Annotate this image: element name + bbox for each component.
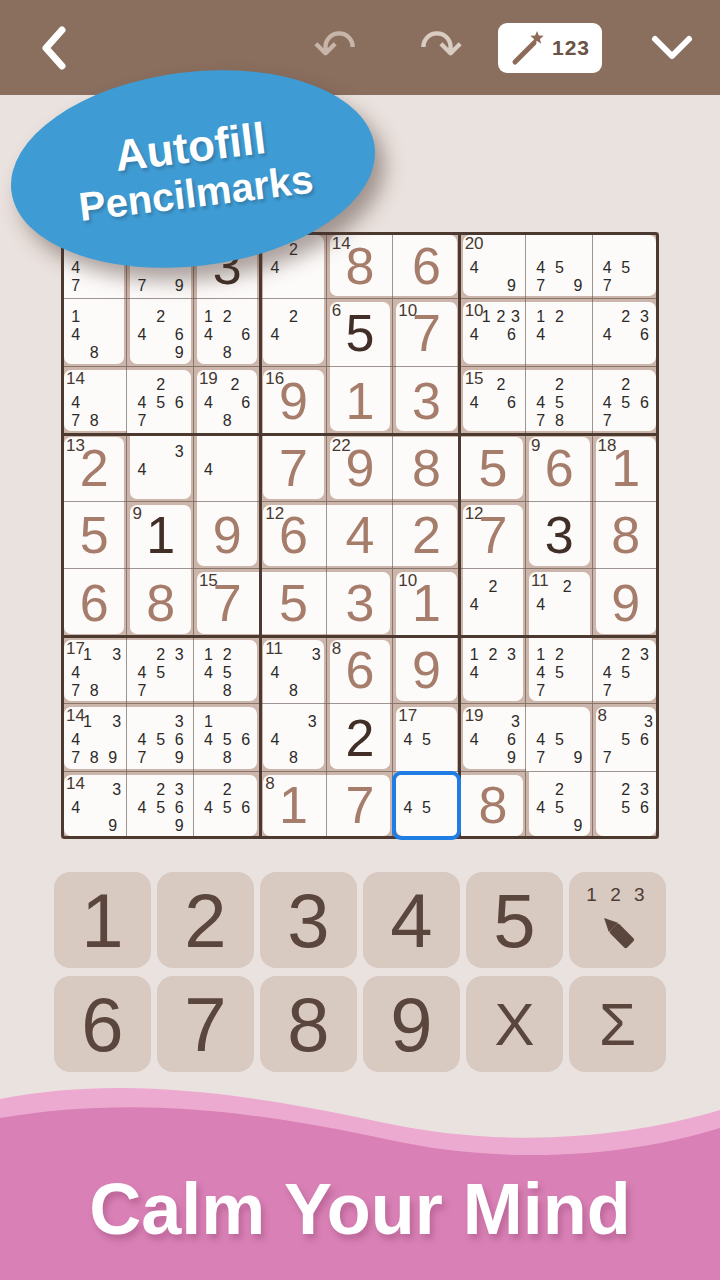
cell-r6c2[interactable]: 8 xyxy=(127,569,193,636)
back-button[interactable] xyxy=(24,0,84,95)
pencilmark-8: 8 xyxy=(289,749,298,767)
placed-digit: 3 xyxy=(393,367,459,434)
pencilmark-5: 5 xyxy=(555,731,564,749)
key-4[interactable]: 4 xyxy=(363,872,460,968)
cell-r8c1[interactable]: 14134789 xyxy=(61,704,127,771)
pencil-icon xyxy=(594,906,642,958)
placed-digit: 1 xyxy=(127,502,193,569)
pencilmark-1: 1 xyxy=(204,308,213,326)
pencilmark-6: 6 xyxy=(175,394,184,412)
cell-r5c2[interactable]: 91 xyxy=(127,502,193,569)
pencilmark-9: 9 xyxy=(175,277,184,295)
pencilmark-4: 4 xyxy=(536,799,545,817)
pencilmark-4: 4 xyxy=(470,731,479,749)
cell-r5c7[interactable]: 127 xyxy=(460,502,526,569)
pencilmark-4: 4 xyxy=(270,326,279,344)
pencilmark-4: 4 xyxy=(204,731,213,749)
cell-r1c7[interactable]: 2049 xyxy=(460,232,526,299)
cell-r3c5[interactable]: 1 xyxy=(327,367,393,434)
cell-r3c6[interactable]: 3 xyxy=(393,367,459,434)
pencilmark-4: 4 xyxy=(138,664,147,682)
pencilmark-5: 5 xyxy=(621,799,630,817)
pencilmark-4: 4 xyxy=(204,799,213,817)
pencilmark-3: 3 xyxy=(640,781,649,799)
top-bar: ↶ ↷ 123 xyxy=(0,0,720,95)
pencilmark-8: 8 xyxy=(223,682,232,700)
pencilmark-4: 4 xyxy=(138,461,147,479)
cell-r8c6[interactable]: 1745 xyxy=(393,704,459,771)
cell-r1c6[interactable]: 6 xyxy=(393,232,459,299)
cell-r3c7[interactable]: 15246 xyxy=(460,367,526,434)
pencilmark-4: 4 xyxy=(403,731,412,749)
cell-r7c4[interactable]: 11348 xyxy=(260,637,326,704)
pencilmark-2: 2 xyxy=(156,781,165,799)
cell-r2c8[interactable]: 124 xyxy=(526,299,592,366)
pencilmark-7: 7 xyxy=(71,682,80,700)
pencilmark-4: 4 xyxy=(270,664,279,682)
pencil-123-label: 1 2 3 xyxy=(586,884,648,906)
cage-sum: 17 xyxy=(66,639,85,659)
pencilmark-7: 7 xyxy=(603,277,612,295)
pencilmark-2: 2 xyxy=(223,646,232,664)
pencilmark-9: 9 xyxy=(175,817,184,835)
pencilmark-8: 8 xyxy=(90,749,99,767)
pencilmark-9: 9 xyxy=(573,277,582,295)
pencilmark-6: 6 xyxy=(640,326,649,344)
cell-r9c8[interactable]: 2459 xyxy=(526,772,592,839)
pencilmark-4: 4 xyxy=(204,394,213,412)
pencilmark-5: 5 xyxy=(555,799,564,817)
pencilmark-2: 2 xyxy=(289,241,298,259)
pencilmark-7: 7 xyxy=(536,277,545,295)
pencilmark-6: 6 xyxy=(507,326,516,344)
cage-sum: 20 xyxy=(465,234,484,254)
pencilmark-2: 2 xyxy=(231,376,240,394)
pencilmark-4: 4 xyxy=(138,394,147,412)
pencilmark-4: 4 xyxy=(138,326,147,344)
magic-wand-icon xyxy=(510,30,552,66)
pencilmark-6: 6 xyxy=(175,799,184,817)
cage-sum: 19 xyxy=(465,706,484,726)
placed-digit: 3 xyxy=(327,569,393,636)
pencilmark-4: 4 xyxy=(270,259,279,277)
cell-r6c8[interactable]: 1124 xyxy=(526,569,592,636)
cell-r5c4[interactable]: 126 xyxy=(260,502,326,569)
pencilmark-6: 6 xyxy=(507,731,516,749)
pencilmark-6: 6 xyxy=(640,731,649,749)
cage-sum: 14 xyxy=(66,369,85,389)
cell-r2c9[interactable]: 2346 xyxy=(593,299,659,366)
pencilmark-2: 2 xyxy=(156,646,165,664)
key-6[interactable]: 6 xyxy=(54,976,151,1072)
pencilmark-4: 4 xyxy=(71,326,80,344)
cage-sum: 14 xyxy=(66,706,85,726)
cell-r1c5[interactable]: 148 xyxy=(327,232,393,299)
pencilmark-4: 4 xyxy=(603,394,612,412)
selected-cell-highlight xyxy=(392,771,460,840)
key-9[interactable]: 9 xyxy=(363,976,460,1072)
cell-r4c2[interactable]: 34 xyxy=(127,434,193,501)
cell-r9c5[interactable]: 7 xyxy=(327,772,393,839)
pencilmark-4: 4 xyxy=(603,326,612,344)
cell-r6c4[interactable]: 5 xyxy=(260,569,326,636)
pencilmark-3: 3 xyxy=(175,646,184,664)
key-7[interactable]: 7 xyxy=(157,976,254,1072)
pencilmark-4: 4 xyxy=(270,731,279,749)
pencilmark-1: 1 xyxy=(71,308,80,326)
chevron-down-icon xyxy=(649,33,695,63)
placed-digit: 7 xyxy=(393,299,459,366)
pencilmark-8: 8 xyxy=(555,412,564,430)
cell-r7c9[interactable]: 23457 xyxy=(593,637,659,704)
pencilmark-4: 4 xyxy=(603,664,612,682)
placed-digit: 9 xyxy=(260,367,326,434)
pencilmark-4: 4 xyxy=(470,259,479,277)
pencilmark-2: 2 xyxy=(488,646,497,664)
pencilmark-4: 4 xyxy=(603,259,612,277)
key-2[interactable]: 2 xyxy=(157,872,254,968)
pencilmark-3: 3 xyxy=(175,781,184,799)
pencilmark-5: 5 xyxy=(156,394,165,412)
cell-r8c4[interactable]: 348 xyxy=(260,704,326,771)
cell-r2c5[interactable]: 65 xyxy=(327,299,393,366)
placed-digit: 7 xyxy=(460,502,526,569)
cell-r9c3[interactable]: 2456 xyxy=(194,772,260,839)
pencilmark-4: 4 xyxy=(536,731,545,749)
cell-r8c7[interactable]: 193469 xyxy=(460,704,526,771)
pencilmark-6: 6 xyxy=(241,326,250,344)
cell-r5c8[interactable]: 3 xyxy=(526,502,592,569)
pencilmark-7: 7 xyxy=(603,412,612,430)
pencilmark-4: 4 xyxy=(204,461,213,479)
pencilmark-8: 8 xyxy=(223,412,232,430)
placed-digit: 6 xyxy=(393,232,459,299)
box-line xyxy=(259,232,262,839)
pencilmark-6: 6 xyxy=(640,799,649,817)
cell-r3c8[interactable]: 24578 xyxy=(526,367,592,434)
pencilmark-4: 4 xyxy=(470,326,479,344)
pencilmark-4: 4 xyxy=(71,799,80,817)
pencilmark-4: 4 xyxy=(536,394,545,412)
pencilmark-8: 8 xyxy=(90,412,99,430)
cell-r1c9[interactable]: 457 xyxy=(593,232,659,299)
pencilmark-7: 7 xyxy=(603,749,612,767)
pencilmark-5: 5 xyxy=(223,664,232,682)
cell-r7c3[interactable]: 12458 xyxy=(194,637,260,704)
placed-digit: 6 xyxy=(61,569,127,636)
pencilmark-8: 8 xyxy=(90,682,99,700)
key-3[interactable]: 3 xyxy=(260,872,357,968)
cell-r8c5[interactable]: 2 xyxy=(327,704,393,771)
placed-digit: 1 xyxy=(393,569,459,636)
pencilmark-3: 3 xyxy=(507,646,516,664)
pencilmark-5: 5 xyxy=(156,799,165,817)
cell-r2c3[interactable]: 12468 xyxy=(194,299,260,366)
placed-digit: 8 xyxy=(593,502,659,569)
pencilmark-7: 7 xyxy=(536,412,545,430)
cell-r6c9[interactable]: 9 xyxy=(593,569,659,636)
cell-r4c9[interactable]: 181 xyxy=(593,434,659,501)
pencilmark-1: 1 xyxy=(536,646,545,664)
pencilmark-3: 3 xyxy=(175,443,184,461)
undo-icon: ↶ xyxy=(313,18,357,78)
placed-digit: 2 xyxy=(393,502,459,569)
box-line xyxy=(61,635,659,638)
pencilmark-9: 9 xyxy=(507,749,516,767)
pencilmark-9: 9 xyxy=(573,817,582,835)
cage-sum: 11 xyxy=(531,571,549,591)
pencilmark-4: 4 xyxy=(71,394,80,412)
collapse-button[interactable] xyxy=(640,0,704,95)
key-1[interactable]: 1 xyxy=(54,872,151,968)
pencilmark-5: 5 xyxy=(621,394,630,412)
cage-sum: 8 xyxy=(598,706,607,726)
pencilmark-3: 3 xyxy=(511,713,520,731)
cell-r4c1[interactable]: 132 xyxy=(61,434,127,501)
cell-r9c2[interactable]: 234569 xyxy=(127,772,193,839)
cell-r7c6[interactable]: 9 xyxy=(393,637,459,704)
pencilmark-4: 4 xyxy=(470,664,479,682)
placed-digit: 8 xyxy=(460,772,526,839)
key-sum-mode[interactable]: Σ xyxy=(569,976,666,1072)
cell-r4c5[interactable]: 229 xyxy=(327,434,393,501)
pencilmark-6: 6 xyxy=(175,731,184,749)
pencilmark-2: 2 xyxy=(621,308,630,326)
cage-sum: 14 xyxy=(66,774,85,794)
pencilmark-3: 3 xyxy=(112,781,121,799)
pencilmark-9: 9 xyxy=(175,344,184,362)
pencilmark-4: 4 xyxy=(138,799,147,817)
placed-digit: 4 xyxy=(327,502,393,569)
box-line xyxy=(458,232,461,839)
pencilmark-3: 3 xyxy=(644,713,653,731)
cell-r5c1[interactable]: 5 xyxy=(61,502,127,569)
pencilmark-1: 1 xyxy=(83,646,92,664)
cage-sum: 11 xyxy=(265,639,283,659)
cell-r9c4[interactable]: 81 xyxy=(260,772,326,839)
placed-digit: 1 xyxy=(593,434,659,501)
pencilmark-6: 6 xyxy=(241,394,250,412)
pencilmark-8: 8 xyxy=(223,749,232,767)
cell-r3c2[interactable]: 24567 xyxy=(127,367,193,434)
cell-r8c2[interactable]: 345679 xyxy=(127,704,193,771)
placed-digit: 8 xyxy=(327,232,393,299)
cell-r2c7[interactable]: 1012346 xyxy=(460,299,526,366)
placed-digit: 1 xyxy=(260,772,326,839)
pencilmark-8: 8 xyxy=(223,344,232,362)
pencilmark-5: 5 xyxy=(555,664,564,682)
pencilmark-8: 8 xyxy=(90,344,99,362)
cell-r3c3[interactable]: 192468 xyxy=(194,367,260,434)
placed-digit: 1 xyxy=(327,367,393,434)
cell-r4c8[interactable]: 96 xyxy=(526,434,592,501)
placed-digit: 3 xyxy=(526,502,592,569)
placed-digit: 6 xyxy=(260,502,326,569)
pencilmark-5: 5 xyxy=(156,731,165,749)
cell-r2c6[interactable]: 107 xyxy=(393,299,459,366)
pencilmark-7: 7 xyxy=(71,412,80,430)
box-line xyxy=(61,433,659,436)
cell-r6c7[interactable]: 24 xyxy=(460,569,526,636)
pencilmark-3: 3 xyxy=(511,308,520,326)
pencilmark-3: 3 xyxy=(312,646,321,664)
pencilmark-9: 9 xyxy=(573,749,582,767)
cell-r8c8[interactable]: 4579 xyxy=(526,704,592,771)
cell-r4c7[interactable]: 5 xyxy=(460,434,526,501)
cell-r1c8[interactable]: 4579 xyxy=(526,232,592,299)
pencilmark-2: 2 xyxy=(156,308,165,326)
pencilmark-3: 3 xyxy=(308,713,317,731)
pencilmark-4: 4 xyxy=(536,259,545,277)
pencilmark-7: 7 xyxy=(536,682,545,700)
pencilmark-7: 7 xyxy=(138,277,147,295)
placed-digit: 7 xyxy=(260,434,326,501)
pencilmark-8: 8 xyxy=(289,682,298,700)
key-5[interactable]: 5 xyxy=(466,872,563,968)
cage-sum: 17 xyxy=(398,706,417,726)
cell-r3c1[interactable]: 14478 xyxy=(61,367,127,434)
pencilmark-7: 7 xyxy=(603,682,612,700)
pencilmark-1: 1 xyxy=(83,713,92,731)
cell-r7c2[interactable]: 23457 xyxy=(127,637,193,704)
pencilmark-6: 6 xyxy=(241,799,250,817)
cell-r2c4[interactable]: 24 xyxy=(260,299,326,366)
pencilmark-2: 2 xyxy=(223,308,232,326)
pencilmark-4: 4 xyxy=(71,731,80,749)
sudoku-board[interactable]: 4779324148620494579457148246912468246510… xyxy=(61,232,659,839)
pencilmark-2: 2 xyxy=(621,376,630,394)
pencilmark-1: 1 xyxy=(470,646,479,664)
cell-r7c7[interactable]: 1234 xyxy=(460,637,526,704)
pencilmark-6: 6 xyxy=(241,731,250,749)
placed-digit: 9 xyxy=(593,569,659,636)
pencilmark-1: 1 xyxy=(204,713,213,731)
pencilmark-7: 7 xyxy=(71,277,80,295)
pencilmark-2: 2 xyxy=(496,376,505,394)
pencilmark-2: 2 xyxy=(621,781,630,799)
pencilmark-5: 5 xyxy=(422,731,431,749)
pencilmark-6: 6 xyxy=(175,326,184,344)
tagline: Calm Your Mind xyxy=(0,1168,720,1250)
placed-digit: 8 xyxy=(393,434,459,501)
pencilmark-5: 5 xyxy=(555,394,564,412)
pencilmark-2: 2 xyxy=(223,781,232,799)
wand-123-label: 123 xyxy=(552,36,590,60)
cell-r6c6[interactable]: 101 xyxy=(393,569,459,636)
pencilmark-3: 3 xyxy=(112,646,121,664)
pencilmark-5: 5 xyxy=(621,259,630,277)
pencilmark-7: 7 xyxy=(138,682,147,700)
pencilmark-3: 3 xyxy=(640,308,649,326)
placed-digit: 8 xyxy=(127,569,193,636)
cell-r8c9[interactable]: 83567 xyxy=(593,704,659,771)
cell-r7c8[interactable]: 12457 xyxy=(526,637,592,704)
pencilmark-4: 4 xyxy=(71,664,80,682)
cage-sum: 19 xyxy=(199,369,218,389)
cage-sum: 15 xyxy=(465,369,484,389)
pencilmark-2: 2 xyxy=(555,376,564,394)
pencilmark-9: 9 xyxy=(108,749,117,767)
pencilmark-2: 2 xyxy=(555,308,564,326)
cell-r7c5[interactable]: 86 xyxy=(327,637,393,704)
placed-digit: 6 xyxy=(327,637,393,704)
pencilmark-3: 3 xyxy=(640,646,649,664)
placed-digit: 9 xyxy=(327,434,393,501)
pencilmark-9: 9 xyxy=(175,749,184,767)
placed-digit: 9 xyxy=(393,637,459,704)
cell-r6c5[interactable]: 3 xyxy=(327,569,393,636)
placed-digit: 7 xyxy=(327,772,393,839)
pencilmark-3: 3 xyxy=(175,713,184,731)
pencilmark-4: 4 xyxy=(204,664,213,682)
pencilmark-2: 2 xyxy=(289,308,298,326)
pencilmark-1: 1 xyxy=(482,308,491,326)
pencilmark-9: 9 xyxy=(108,817,117,835)
undo-button[interactable]: ↶ xyxy=(300,0,370,95)
pencilmark-2: 2 xyxy=(621,646,630,664)
cell-r6c1[interactable]: 6 xyxy=(61,569,127,636)
pencilmark-4: 4 xyxy=(536,664,545,682)
pencilmark-5: 5 xyxy=(156,664,165,682)
placed-digit: 9 xyxy=(194,502,260,569)
placed-digit: 7 xyxy=(194,569,260,636)
cell-r5c3[interactable]: 9 xyxy=(194,502,260,569)
cell-r7c1[interactable]: 1713478 xyxy=(61,637,127,704)
pencilmark-4: 4 xyxy=(204,326,213,344)
cell-r2c1[interactable]: 148 xyxy=(61,299,127,366)
cell-r3c4[interactable]: 169 xyxy=(260,367,326,434)
keypad-row-1: 1 2 3 4 5 1 2 3 xyxy=(54,872,666,968)
placed-digit: 5 xyxy=(460,434,526,501)
pencilmark-6: 6 xyxy=(507,394,516,412)
pencilmark-5: 5 xyxy=(223,799,232,817)
key-erase[interactable]: X xyxy=(466,976,563,1072)
key-pencil-mode[interactable]: 1 2 3 xyxy=(569,872,666,968)
pencilmark-2: 2 xyxy=(555,781,564,799)
pencilmark-4: 4 xyxy=(470,394,479,412)
placed-digit: 5 xyxy=(327,299,393,366)
cell-r4c3[interactable]: 4 xyxy=(194,434,260,501)
cell-r5c6[interactable]: 2 xyxy=(393,502,459,569)
cell-r4c4[interactable]: 7 xyxy=(260,434,326,501)
pencilmark-6: 6 xyxy=(640,394,649,412)
placed-digit: 5 xyxy=(61,502,127,569)
pencilmark-4: 4 xyxy=(71,259,80,277)
placed-digit: 5 xyxy=(260,569,326,636)
cell-r8c3[interactable]: 14568 xyxy=(194,704,260,771)
pencilmark-4: 4 xyxy=(138,731,147,749)
cell-r5c9[interactable]: 8 xyxy=(593,502,659,569)
pencilmark-4: 4 xyxy=(536,326,545,344)
cell-r5c5[interactable]: 4 xyxy=(327,502,393,569)
cell-r9c9[interactable]: 2356 xyxy=(593,772,659,839)
cell-r9c7[interactable]: 8 xyxy=(460,772,526,839)
cell-r2c2[interactable]: 2469 xyxy=(127,299,193,366)
autofill-pencilmarks-button[interactable]: 123 xyxy=(498,23,602,73)
cell-r6c3[interactable]: 157 xyxy=(194,569,260,636)
pencilmark-7: 7 xyxy=(71,749,80,767)
cell-r9c1[interactable]: 14349 xyxy=(61,772,127,839)
cell-r4c6[interactable]: 8 xyxy=(393,434,459,501)
pencilmark-1: 1 xyxy=(204,646,213,664)
cell-r3c9[interactable]: 24567 xyxy=(593,367,659,434)
pencilmark-2: 2 xyxy=(496,308,505,326)
pencilmark-7: 7 xyxy=(138,412,147,430)
pencilmark-2: 2 xyxy=(156,376,165,394)
cage-sum: 10 xyxy=(465,301,484,321)
redo-button[interactable]: ↷ xyxy=(406,0,476,95)
key-8[interactable]: 8 xyxy=(260,976,357,1072)
